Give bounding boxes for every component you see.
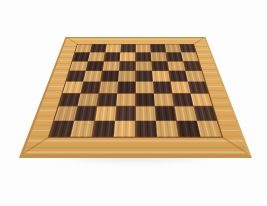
square-b8[interactable] [90, 44, 106, 52]
square-f7[interactable] [151, 53, 167, 61]
square-b1[interactable] [71, 121, 94, 137]
square-f6[interactable] [152, 61, 169, 70]
square-b4[interactable] [81, 82, 100, 93]
square-e2[interactable] [136, 107, 155, 121]
chess-board [19, 37, 252, 158]
square-h6[interactable] [183, 61, 201, 70]
square-d7[interactable] [120, 53, 135, 61]
square-c8[interactable] [106, 44, 121, 52]
square-a5[interactable] [66, 71, 85, 81]
square-c2[interactable] [95, 107, 116, 121]
square-c5[interactable] [101, 71, 118, 81]
square-h5[interactable] [186, 71, 205, 81]
square-f1[interactable] [156, 121, 178, 137]
square-c1[interactable] [93, 121, 115, 137]
square-c6[interactable] [103, 61, 120, 70]
board-grid [48, 44, 223, 138]
square-b5[interactable] [84, 71, 102, 81]
square-f2[interactable] [155, 107, 176, 121]
square-g1[interactable] [177, 121, 200, 137]
square-b6[interactable] [86, 61, 103, 70]
square-h8[interactable] [179, 44, 195, 52]
square-e6[interactable] [136, 61, 152, 70]
square-h1[interactable] [197, 121, 221, 137]
square-e1[interactable] [136, 121, 157, 137]
square-e7[interactable] [136, 53, 151, 61]
square-h3[interactable] [191, 94, 212, 106]
square-g8[interactable] [165, 44, 181, 52]
square-d6[interactable] [119, 61, 135, 70]
square-d4[interactable] [118, 82, 135, 93]
square-f5[interactable] [152, 71, 169, 81]
square-f3[interactable] [154, 94, 173, 106]
square-b2[interactable] [75, 107, 97, 121]
square-e5[interactable] [136, 71, 153, 81]
square-h4[interactable] [188, 82, 208, 93]
square-b7[interactable] [88, 53, 104, 61]
square-g2[interactable] [175, 107, 197, 121]
square-b3[interactable] [78, 94, 98, 106]
square-e4[interactable] [136, 82, 153, 93]
frame-mitre-bottom-left [23, 136, 51, 154]
square-g3[interactable] [173, 94, 193, 106]
square-g6[interactable] [168, 61, 185, 70]
square-h7[interactable] [181, 53, 198, 61]
square-e8[interactable] [136, 44, 150, 52]
square-d2[interactable] [116, 107, 135, 121]
square-g7[interactable] [166, 53, 182, 61]
square-g4[interactable] [171, 82, 190, 93]
square-c4[interactable] [99, 82, 117, 93]
square-e3[interactable] [136, 94, 154, 106]
square-d8[interactable] [121, 44, 135, 52]
square-a1[interactable] [49, 121, 73, 137]
square-a3[interactable] [59, 94, 80, 106]
square-a8[interactable] [75, 44, 91, 52]
square-g5[interactable] [169, 71, 187, 81]
square-a7[interactable] [73, 53, 90, 61]
square-c3[interactable] [97, 94, 116, 106]
square-h2[interactable] [194, 107, 217, 121]
square-d3[interactable] [117, 94, 135, 106]
square-f4[interactable] [153, 82, 171, 93]
square-a6[interactable] [70, 61, 88, 70]
square-a4[interactable] [63, 82, 83, 93]
square-d5[interactable] [119, 71, 136, 81]
photo-background [0, 0, 267, 206]
frame-mitre-bottom-right [220, 136, 248, 154]
square-a2[interactable] [54, 107, 77, 121]
square-c7[interactable] [104, 53, 120, 61]
square-f8[interactable] [150, 44, 165, 52]
square-d1[interactable] [114, 121, 135, 137]
